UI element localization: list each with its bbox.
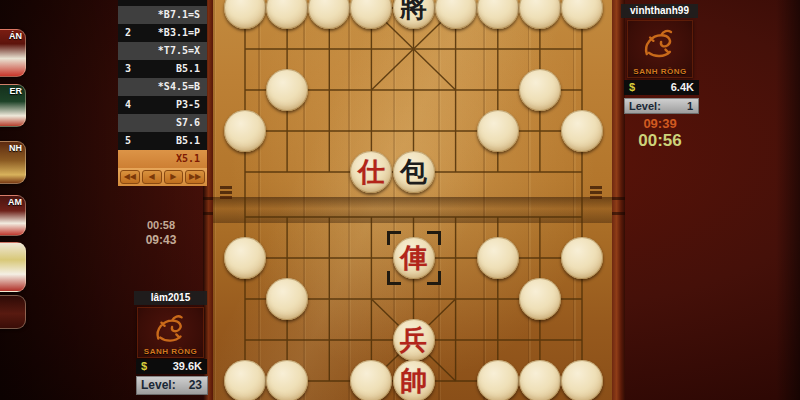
piece-hidden[interactable] (435, 0, 477, 29)
piece-hidden[interactable] (350, 360, 392, 400)
sidebar-game-icon-3[interactable]: NH (0, 141, 26, 184)
level-label: Level: (624, 98, 661, 114)
piece-hidden[interactable] (266, 278, 308, 320)
piece-hidden[interactable] (224, 0, 266, 29)
game-icon-label: ÁN (0, 31, 22, 41)
move-row[interactable]: 5B5.1 (118, 132, 207, 150)
currency-icon: $ (624, 80, 635, 95)
piece-hidden[interactable] (519, 278, 561, 320)
game-window: ÁN ER NH AM 1*B5.1=S *B7.1=S 2*B3.1=P *T… (0, 0, 800, 400)
sidebar-game-icon-5[interactable] (0, 242, 26, 292)
timer-game-top: 09:39 (621, 116, 699, 131)
move-text: *B3.1=P (151, 24, 207, 42)
piece-glyph: 帥 (393, 360, 435, 400)
piece-glyph: 兵 (393, 319, 435, 361)
piece-hidden[interactable] (477, 0, 519, 29)
piece-兵[interactable]: 兵 (393, 319, 435, 361)
timer-move-bottom: 00:58 (130, 219, 192, 231)
move-row-current[interactable]: X5.1 (118, 150, 207, 168)
move-list: 1*B5.1=S *B7.1=S 2*B3.1=P *T7.5=X 3B5.1 … (118, 0, 207, 186)
move-row[interactable]: *B7.1=S (118, 6, 207, 24)
piece-hidden[interactable] (477, 110, 519, 152)
piece-包[interactable]: 包 (393, 151, 435, 193)
sidebar-game-icon-6[interactable] (0, 295, 26, 329)
money-value: 39.6K (147, 359, 207, 374)
piece-hidden[interactable] (561, 110, 603, 152)
money-bar-bottom: $ 39.6K (136, 359, 207, 374)
piece-hidden[interactable] (519, 69, 561, 111)
dragon-icon (638, 24, 682, 62)
piece-hidden[interactable] (350, 0, 392, 29)
timer-move-top: 00:56 (621, 131, 699, 151)
move-number (118, 42, 151, 60)
move-text: P3-5 (151, 96, 207, 114)
nav-prev-button[interactable]: ◀ (142, 170, 162, 184)
player-avatar-bottom[interactable]: SANH RỒNG (137, 307, 204, 358)
move-number: 4 (118, 96, 151, 114)
move-text: S7.6 (151, 114, 207, 132)
piece-hidden[interactable] (477, 237, 519, 279)
piece-hidden[interactable] (477, 360, 519, 400)
move-text: *T7.5=X (151, 42, 207, 60)
piece-hidden[interactable] (561, 360, 603, 400)
piece-hidden[interactable] (519, 360, 561, 400)
move-text: B5.1 (151, 132, 207, 150)
move-nav: ◀◀ ◀ ▶ ▶▶ (118, 168, 207, 186)
currency-icon: $ (136, 359, 147, 374)
move-text: *B7.1=S (151, 6, 207, 24)
nav-first-button[interactable]: ◀◀ (120, 170, 140, 184)
piece-hidden[interactable] (224, 237, 266, 279)
move-number: 3 (118, 60, 151, 78)
piece-仕[interactable]: 仕 (350, 151, 392, 193)
move-text: *S4.5=B (151, 78, 207, 96)
selection-brackets (387, 231, 441, 285)
nav-next-button[interactable]: ▶ (164, 170, 184, 184)
piece-hidden[interactable] (266, 69, 308, 111)
level-value: 1 (661, 98, 699, 114)
piece-hidden[interactable] (561, 0, 603, 29)
piece-glyph: 包 (393, 151, 435, 193)
level-bar-top: Level: 1 (624, 98, 699, 114)
club-label: SANH RỒNG (137, 347, 204, 356)
dragon-icon (149, 311, 193, 345)
move-text: X5.1 (151, 150, 207, 168)
move-row[interactable]: S7.6 (118, 114, 207, 132)
piece-hidden[interactable] (266, 360, 308, 400)
money-bar-top: $ 6.4K (624, 80, 699, 95)
level-label: Level: (136, 376, 176, 395)
move-number (118, 150, 151, 168)
game-icon-label: ER (0, 86, 22, 96)
move-row[interactable]: *S4.5=B (118, 78, 207, 96)
timer-game-bottom: 09:43 (130, 233, 192, 247)
move-row[interactable]: *T7.5=X (118, 42, 207, 60)
piece-hidden[interactable] (224, 110, 266, 152)
player-name-bottom: lâm2015 (134, 291, 207, 305)
level-bar-bottom: Level: 23 (136, 376, 208, 395)
money-value: 6.4K (635, 80, 699, 95)
move-number (118, 78, 151, 96)
player-avatar-top[interactable]: SANH RỒNG (627, 20, 693, 78)
piece-hidden[interactable] (224, 360, 266, 400)
game-icon-label: NH (0, 143, 22, 153)
move-number: 5 (118, 132, 151, 150)
move-number: 2 (118, 24, 151, 42)
move-number (118, 114, 151, 132)
level-value: 23 (176, 376, 208, 395)
piece-hidden[interactable] (308, 0, 350, 29)
piece-hidden[interactable] (266, 0, 308, 29)
sidebar-game-icon-1[interactable]: ÁN (0, 29, 26, 77)
player-name-top: vinhthanh99 (621, 4, 698, 18)
move-number (118, 6, 151, 24)
piece-hidden[interactable] (519, 0, 561, 29)
piece-hidden[interactable] (561, 237, 603, 279)
piece-將[interactable]: 將 (393, 0, 435, 29)
move-row[interactable]: 2*B3.1=P (118, 24, 207, 42)
game-icon-label: AM (0, 197, 22, 207)
club-label: SANH RỒNG (627, 67, 693, 76)
piece-帥[interactable]: 帥 (393, 360, 435, 400)
sidebar-game-icon-2[interactable]: ER (0, 84, 26, 127)
piece-glyph: 仕 (350, 151, 392, 193)
piece-俥[interactable]: 俥 (393, 237, 435, 279)
piece-glyph: 將 (393, 0, 435, 29)
move-text: B5.1 (151, 60, 207, 78)
move-row[interactable]: 4P3-5 (118, 96, 207, 114)
move-row[interactable]: 3B5.1 (118, 60, 207, 78)
sidebar-game-icon-4[interactable]: AM (0, 195, 26, 236)
nav-last-button[interactable]: ▶▶ (185, 170, 205, 184)
